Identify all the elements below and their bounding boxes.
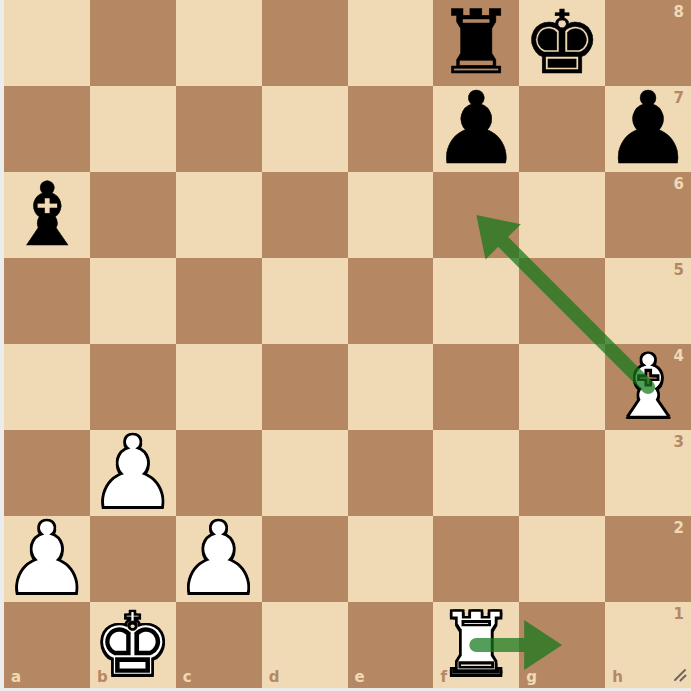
piece-white-king-b1[interactable]: ♚ bbox=[90, 602, 176, 688]
piece-black-pawn-f7[interactable]: ♟ bbox=[433, 86, 519, 172]
piece-black-bishop-a6[interactable]: ♝ bbox=[4, 172, 90, 258]
piece-white-bishop-h4[interactable]: ♝ bbox=[605, 344, 691, 430]
piece-white-pawn-a2[interactable]: ♟ bbox=[4, 516, 90, 602]
piece-white-pawn-b3[interactable]: ♟ bbox=[90, 430, 176, 516]
piece-white-pawn-c2[interactable]: ♟ bbox=[176, 516, 262, 602]
piece-black-pawn-h7[interactable]: ♟ bbox=[605, 86, 691, 172]
pieces-layer: ♜♚♟♟♝♝♟♟♟♚♜ bbox=[4, 0, 691, 688]
page: 8765432abcdefg1h ♜♚♟♟♝♝♟♟♟♚♜ bbox=[0, 0, 691, 691]
piece-black-king-g8[interactable]: ♚ bbox=[519, 0, 605, 86]
chess-board: 8765432abcdefg1h ♜♚♟♟♝♝♟♟♟♚♜ bbox=[4, 0, 691, 688]
piece-white-rook-f1[interactable]: ♜ bbox=[433, 602, 519, 688]
